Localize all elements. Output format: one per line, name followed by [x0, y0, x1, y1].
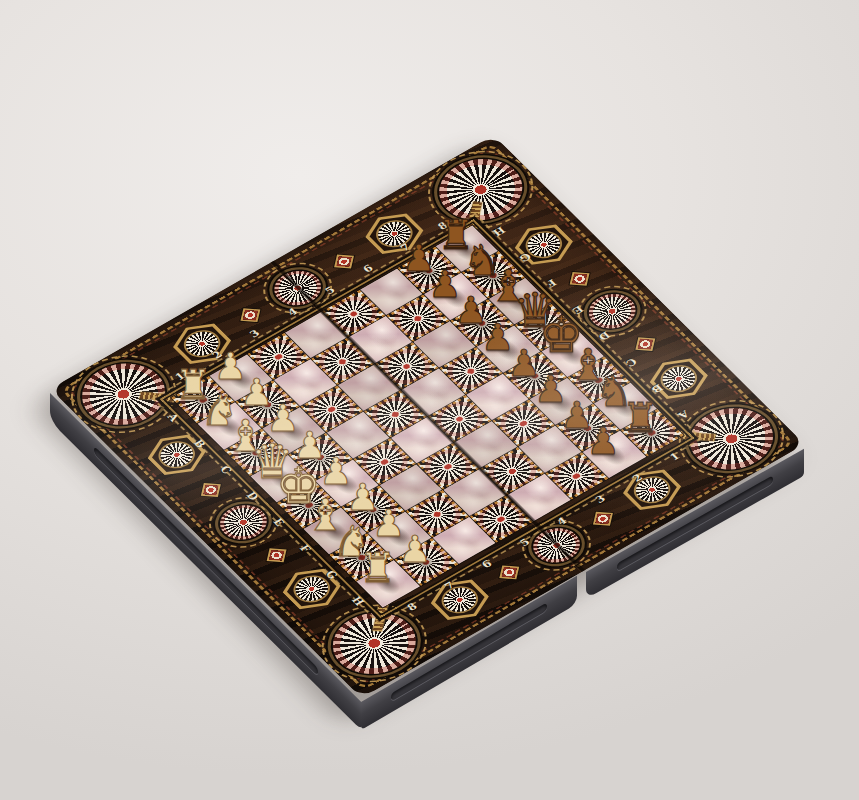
- pieces-layer: ♜♞♝♛♚♝♞♜♟♟♟♟♟♟♟♟♟♟♟♟♟♟♟♟♜♞♝♛♚♝♞♜: [494, 135, 805, 444]
- mosaic-diamond-accent: [572, 274, 587, 285]
- mosaic-diamond-accent: [243, 310, 258, 321]
- chess-board: ABCDEFGHHGFEDCBA8765432112345678 ♜♞♝♛♚♝♞…: [50, 135, 805, 698]
- pawn-glyph: ♟: [576, 424, 630, 461]
- mosaic-diamond-accent: [595, 513, 610, 524]
- mosaic-diamond-accent: [203, 485, 218, 496]
- rook-glyph: ♜: [351, 549, 405, 590]
- mosaic-diamond-accent: [502, 567, 517, 578]
- mosaic-diamond-accent: [269, 550, 284, 561]
- mosaic-diamond-accent: [638, 339, 653, 350]
- board-perspective-wrapper: ABCDEFGHHGFEDCBA8765432112345678 ♜♞♝♛♚♝♞…: [50, 135, 805, 698]
- mosaic-diamond-accent: [336, 256, 351, 267]
- studio-scene: ABCDEFGHHGFEDCBA8765432112345678 ♜♞♝♛♚♝♞…: [0, 0, 859, 800]
